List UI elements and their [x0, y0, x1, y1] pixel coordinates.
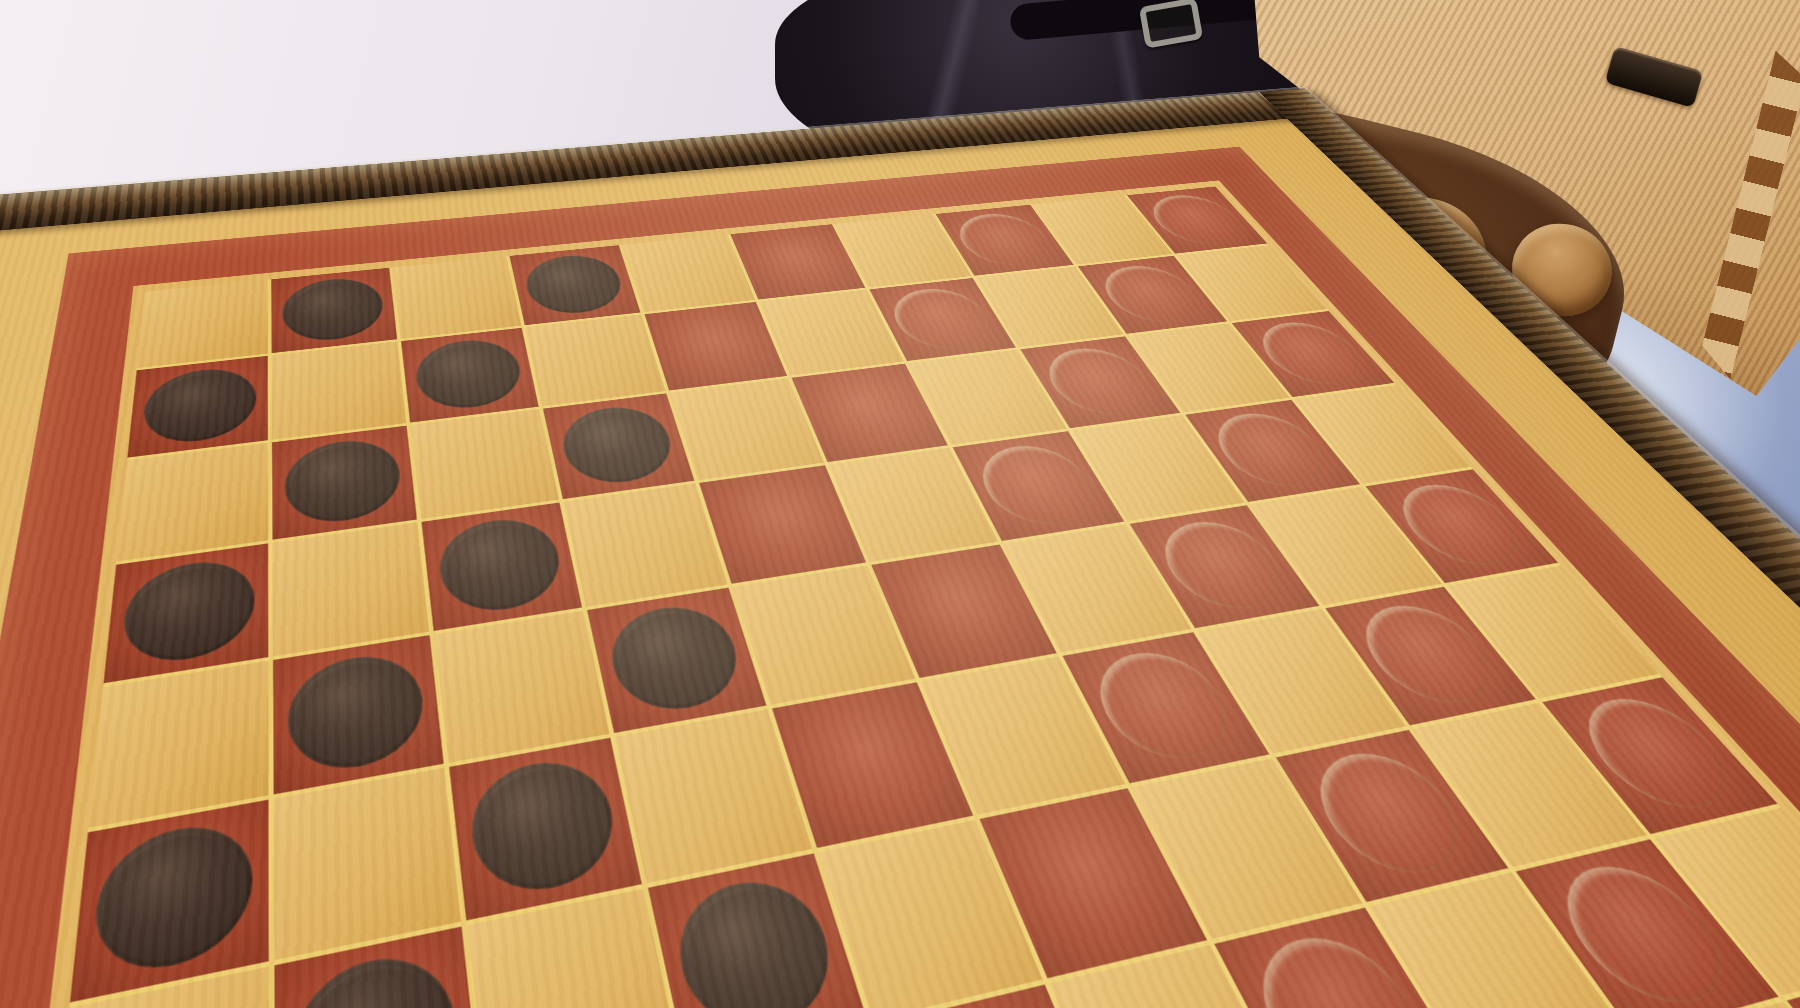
square-r4c1[interactable] [273, 635, 444, 794]
bag-strap [1009, 0, 1311, 41]
dark-piece[interactable] [90, 816, 253, 983]
dark-piece[interactable] [141, 364, 257, 448]
dark-piece[interactable] [556, 402, 681, 489]
light-piece[interactable] [882, 285, 1003, 353]
square-r1c1[interactable] [272, 342, 407, 440]
dark-piece[interactable] [120, 555, 255, 670]
checkers-board [0, 119, 1800, 1008]
board-scene [0, 0, 1800, 1008]
red-border-band [0, 147, 1800, 1008]
box-finger-joints [1696, 51, 1800, 380]
square-r0c1[interactable] [271, 268, 397, 353]
dark-piece[interactable] [284, 435, 403, 529]
dark-piece[interactable] [413, 336, 526, 414]
dark-piece[interactable] [666, 870, 847, 1008]
box-latch-icon [1605, 46, 1704, 108]
square-r0c2[interactable] [393, 256, 522, 339]
square-r2c3[interactable] [543, 393, 694, 499]
photo-scene [0, 0, 1800, 1008]
square-r2c2[interactable] [410, 409, 558, 519]
bag-buckle-icon [1139, 0, 1203, 49]
square-r5c2[interactable] [449, 738, 642, 921]
square-r2c0[interactable] [116, 443, 268, 562]
dark-piece[interactable] [602, 599, 750, 719]
square-r0c3[interactable] [510, 245, 641, 325]
dark-piece[interactable] [521, 252, 629, 318]
dark-piece[interactable] [465, 752, 624, 902]
dark-piece[interactable] [282, 275, 386, 345]
square-r3c2[interactable] [421, 503, 582, 631]
square-r0c0[interactable] [137, 280, 268, 368]
square-r1c0[interactable] [127, 356, 268, 458]
square-r3c0[interactable] [104, 543, 269, 683]
square-r2c1[interactable] [272, 426, 417, 540]
square-r3c3[interactable] [563, 483, 727, 606]
dark-piece[interactable] [435, 513, 567, 619]
square-r4c2[interactable] [434, 611, 609, 763]
square-r1c3[interactable] [525, 315, 665, 407]
square-r1c2[interactable] [401, 328, 539, 423]
dark-piece[interactable] [292, 945, 463, 1008]
square-r4c0[interactable] [88, 661, 268, 828]
square-r3c1[interactable] [272, 522, 429, 656]
dark-piece[interactable] [287, 648, 428, 779]
